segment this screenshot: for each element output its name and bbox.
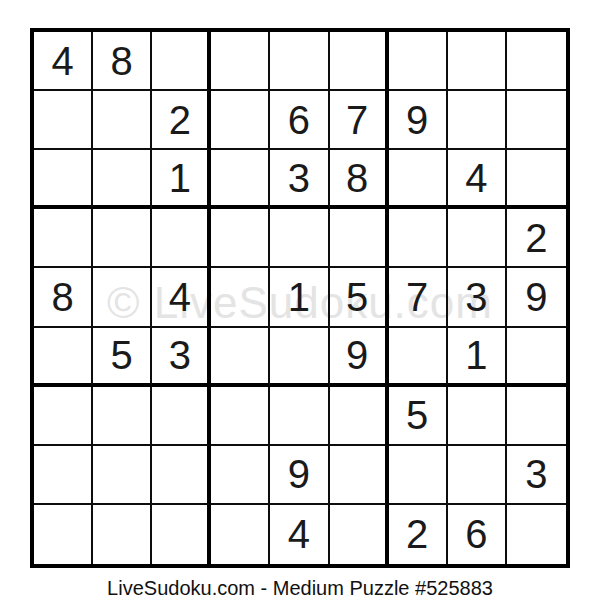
sudoku-cell	[34, 328, 93, 387]
sudoku-grid: 4826791384284157395391593426	[34, 32, 566, 564]
sudoku-cell	[270, 32, 329, 91]
sudoku-cell: 3	[152, 328, 211, 387]
sudoku-cell: 5	[93, 328, 152, 387]
sudoku-cell	[34, 150, 93, 209]
sudoku-cell	[93, 91, 152, 150]
sudoku-cell	[507, 150, 566, 209]
sudoku-cell	[34, 387, 93, 446]
sudoku-cell: 7	[389, 268, 448, 327]
sudoku-cell: 3	[507, 446, 566, 505]
sudoku-cell	[34, 91, 93, 150]
sudoku-cell: 7	[330, 91, 389, 150]
sudoku-cell: 4	[448, 150, 507, 209]
sudoku-cell	[152, 32, 211, 91]
sudoku-cell	[211, 387, 270, 446]
sudoku-cell: 8	[330, 150, 389, 209]
puzzle-caption: LiveSudoku.com - Medium Puzzle #525883	[0, 577, 600, 600]
sudoku-cell: 6	[270, 91, 329, 150]
sudoku-board: © LiveSudoku.com 48267913842841573953915…	[30, 28, 570, 568]
sudoku-cell	[93, 150, 152, 209]
sudoku-cell: 4	[34, 32, 93, 91]
sudoku-cell	[389, 150, 448, 209]
sudoku-cell: 1	[448, 328, 507, 387]
sudoku-cell	[507, 328, 566, 387]
sudoku-cell	[211, 328, 270, 387]
sudoku-cell	[211, 91, 270, 150]
sudoku-cell	[152, 505, 211, 564]
sudoku-cell	[389, 32, 448, 91]
sudoku-cell: 1	[152, 150, 211, 209]
sudoku-cell	[330, 32, 389, 91]
sudoku-cell	[34, 446, 93, 505]
sudoku-cell	[448, 209, 507, 268]
sudoku-cell	[93, 505, 152, 564]
sudoku-cell	[93, 268, 152, 327]
sudoku-cell	[211, 150, 270, 209]
sudoku-cell	[330, 209, 389, 268]
sudoku-cell	[93, 209, 152, 268]
sudoku-cell	[389, 446, 448, 505]
sudoku-cell: 9	[507, 268, 566, 327]
sudoku-cell	[211, 209, 270, 268]
sudoku-cell: 9	[330, 328, 389, 387]
sudoku-cell	[152, 446, 211, 505]
sudoku-cell: 6	[448, 505, 507, 564]
sudoku-cell	[211, 446, 270, 505]
sudoku-cell: 9	[389, 91, 448, 150]
sudoku-cell	[330, 387, 389, 446]
sudoku-cell: 8	[93, 32, 152, 91]
sudoku-cell: 1	[270, 268, 329, 327]
sudoku-cell	[211, 505, 270, 564]
sudoku-cell	[448, 91, 507, 150]
sudoku-cell	[448, 387, 507, 446]
sudoku-cell	[507, 505, 566, 564]
sudoku-cell	[152, 387, 211, 446]
sudoku-cell: 9	[270, 446, 329, 505]
sudoku-cell	[507, 387, 566, 446]
sudoku-cell	[211, 268, 270, 327]
sudoku-cell: 4	[152, 268, 211, 327]
sudoku-cell	[507, 91, 566, 150]
sudoku-cell: 4	[270, 505, 329, 564]
sudoku-cell: 2	[152, 91, 211, 150]
sudoku-cell: 8	[34, 268, 93, 327]
sudoku-cell	[152, 209, 211, 268]
sudoku-cell	[34, 505, 93, 564]
sudoku-cell	[330, 446, 389, 505]
sudoku-cell	[270, 209, 329, 268]
sudoku-cell	[448, 32, 507, 91]
sudoku-cell	[330, 505, 389, 564]
sudoku-cell	[507, 32, 566, 91]
sudoku-cell: 3	[270, 150, 329, 209]
sudoku-cell: 5	[389, 387, 448, 446]
sudoku-cell	[448, 446, 507, 505]
sudoku-page: © LiveSudoku.com 48267913842841573953915…	[0, 0, 600, 615]
sudoku-cell: 3	[448, 268, 507, 327]
sudoku-cell: 2	[507, 209, 566, 268]
sudoku-cell	[211, 32, 270, 91]
sudoku-cell	[270, 387, 329, 446]
sudoku-cell	[93, 387, 152, 446]
sudoku-cell	[270, 328, 329, 387]
sudoku-cell	[389, 328, 448, 387]
sudoku-cell: 2	[389, 505, 448, 564]
sudoku-cell	[93, 446, 152, 505]
sudoku-cell	[34, 209, 93, 268]
sudoku-cell: 5	[330, 268, 389, 327]
sudoku-cell	[389, 209, 448, 268]
